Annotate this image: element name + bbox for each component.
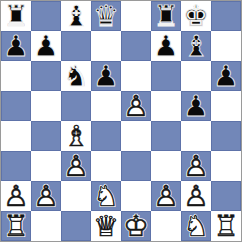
square-e5[interactable]: ♟♙	[121, 91, 151, 121]
square-d5[interactable]	[91, 91, 121, 121]
square-b4[interactable]	[31, 121, 61, 151]
square-g8[interactable]: ♚	[181, 1, 211, 31]
white-piece-outline-glyph: ♘	[183, 212, 209, 241]
square-d4[interactable]	[91, 121, 121, 151]
square-a2[interactable]: ♟♙	[1, 181, 31, 211]
square-c5[interactable]	[61, 91, 91, 121]
piece-wB-c4[interactable]: ♝♗	[61, 121, 91, 151]
piece-bN-c6[interactable]: ♞	[61, 61, 91, 91]
square-d6[interactable]: ♟	[91, 61, 121, 91]
square-d3[interactable]	[91, 151, 121, 181]
white-piece-outline-glyph: ♙	[33, 182, 59, 211]
square-b3[interactable]	[31, 151, 61, 181]
square-b7[interactable]: ♟	[31, 31, 61, 61]
square-c7[interactable]	[61, 31, 91, 61]
square-g4[interactable]	[181, 121, 211, 151]
square-f2[interactable]: ♟♙	[151, 181, 181, 211]
square-h7[interactable]	[211, 31, 241, 61]
white-piece-outline-glyph: ♙	[3, 182, 29, 211]
white-piece-outline-glyph: ♕	[93, 212, 119, 241]
square-a8[interactable]: ♜	[1, 1, 31, 31]
square-a1[interactable]: ♜♖	[1, 211, 31, 241]
square-a5[interactable]	[1, 91, 31, 121]
square-b6[interactable]	[31, 61, 61, 91]
piece-wQ-d1[interactable]: ♛♕	[91, 211, 121, 241]
black-piece-glyph: ♛	[93, 2, 119, 31]
piece-bP-b7[interactable]: ♟	[31, 31, 61, 61]
piece-wN-g1[interactable]: ♞♘	[181, 211, 211, 241]
square-e2[interactable]	[121, 181, 151, 211]
piece-wP-c3[interactable]: ♟♙	[61, 151, 91, 181]
square-e4[interactable]	[121, 121, 151, 151]
square-h2[interactable]	[211, 181, 241, 211]
piece-wP-a2[interactable]: ♟♙	[1, 181, 31, 211]
chess-board: ♜♝♛♜♚♟♟♟♝♞♟♟♟♙♟♝♗♟♙♟♙♟♙♟♙♞♘♟♙♟♙♜♖♛♕♚♔♞♘♜…	[0, 0, 242, 242]
square-f3[interactable]	[151, 151, 181, 181]
square-b2[interactable]: ♟♙	[31, 181, 61, 211]
piece-bK-g8[interactable]: ♚	[181, 1, 211, 31]
square-h3[interactable]	[211, 151, 241, 181]
square-c3[interactable]: ♟♙	[61, 151, 91, 181]
black-piece-glyph: ♝	[183, 32, 209, 61]
square-c4[interactable]: ♝♗	[61, 121, 91, 151]
square-e1[interactable]: ♚♔	[121, 211, 151, 241]
piece-bB-c8[interactable]: ♝	[61, 1, 91, 31]
black-piece-glyph: ♜	[3, 2, 29, 31]
square-a3[interactable]	[1, 151, 31, 181]
piece-bR-f8[interactable]: ♜	[151, 1, 181, 31]
black-piece-glyph: ♟	[213, 62, 239, 91]
piece-wP-f2[interactable]: ♟♙	[151, 181, 181, 211]
piece-bP-d6[interactable]: ♟	[91, 61, 121, 91]
black-piece-glyph: ♞	[63, 62, 89, 91]
white-piece-outline-glyph: ♖	[213, 212, 239, 241]
piece-wP-g2[interactable]: ♟♙	[181, 181, 211, 211]
square-f8[interactable]: ♜	[151, 1, 181, 31]
square-c6[interactable]: ♞	[61, 61, 91, 91]
square-e3[interactable]	[121, 151, 151, 181]
square-e8[interactable]	[121, 1, 151, 31]
piece-bP-h6[interactable]: ♟	[211, 61, 241, 91]
square-b5[interactable]	[31, 91, 61, 121]
square-a4[interactable]	[1, 121, 31, 151]
square-f5[interactable]	[151, 91, 181, 121]
black-piece-glyph: ♟	[33, 32, 59, 61]
piece-bP-g5[interactable]: ♟	[181, 91, 211, 121]
screenshot-stage: ♜♝♛♜♚♟♟♟♝♞♟♟♟♙♟♝♗♟♙♟♙♟♙♟♙♞♘♟♙♟♙♜♖♛♕♚♔♞♘♜…	[0, 0, 242, 242]
square-h8[interactable]	[211, 1, 241, 31]
square-g3[interactable]: ♟♙	[181, 151, 211, 181]
piece-wR-h1[interactable]: ♜♖	[211, 211, 241, 241]
square-d2[interactable]: ♞♘	[91, 181, 121, 211]
piece-wN-d2[interactable]: ♞♘	[91, 181, 121, 211]
black-piece-glyph: ♜	[153, 2, 179, 31]
piece-wR-a1[interactable]: ♜♖	[1, 211, 31, 241]
square-e6[interactable]	[121, 61, 151, 91]
piece-bQ-d8[interactable]: ♛	[91, 1, 121, 31]
square-g2[interactable]: ♟♙	[181, 181, 211, 211]
square-h6[interactable]: ♟	[211, 61, 241, 91]
white-piece-outline-glyph: ♙	[153, 182, 179, 211]
piece-wK-e1[interactable]: ♚♔	[121, 211, 151, 241]
white-piece-outline-glyph: ♙	[63, 152, 89, 181]
black-piece-glyph: ♟	[3, 32, 29, 61]
square-b8[interactable]	[31, 1, 61, 31]
black-piece-glyph: ♟	[153, 32, 179, 61]
square-a6[interactable]	[1, 61, 31, 91]
black-piece-glyph: ♝	[63, 2, 89, 31]
piece-bP-f7[interactable]: ♟	[151, 31, 181, 61]
square-a7[interactable]: ♟	[1, 31, 31, 61]
square-f4[interactable]	[151, 121, 181, 151]
black-piece-glyph: ♟	[93, 62, 119, 91]
black-piece-glyph: ♚	[183, 2, 209, 31]
square-h4[interactable]	[211, 121, 241, 151]
white-piece-outline-glyph: ♘	[93, 182, 119, 211]
black-piece-glyph: ♟	[183, 92, 209, 121]
square-d8[interactable]: ♛	[91, 1, 121, 31]
square-c8[interactable]: ♝	[61, 1, 91, 31]
piece-wP-g3[interactable]: ♟♙	[181, 151, 211, 181]
square-b1[interactable]	[31, 211, 61, 241]
piece-wP-e5[interactable]: ♟♙	[121, 91, 151, 121]
white-piece-outline-glyph: ♙	[183, 182, 209, 211]
square-g1[interactable]: ♞♘	[181, 211, 211, 241]
white-piece-outline-glyph: ♙	[183, 152, 209, 181]
square-e7[interactable]	[121, 31, 151, 61]
square-d1[interactable]: ♛♕	[91, 211, 121, 241]
white-piece-outline-glyph: ♖	[3, 212, 29, 241]
white-piece-outline-glyph: ♗	[63, 122, 89, 151]
square-g6[interactable]	[181, 61, 211, 91]
square-f6[interactable]	[151, 61, 181, 91]
piece-bP-a7[interactable]: ♟	[1, 31, 31, 61]
square-d7[interactable]	[91, 31, 121, 61]
square-c1[interactable]	[61, 211, 91, 241]
square-h1[interactable]: ♜♖	[211, 211, 241, 241]
piece-wP-b2[interactable]: ♟♙	[31, 181, 61, 211]
square-c2[interactable]	[61, 181, 91, 211]
square-g5[interactable]: ♟	[181, 91, 211, 121]
white-piece-outline-glyph: ♙	[123, 92, 149, 121]
square-f1[interactable]	[151, 211, 181, 241]
white-piece-outline-glyph: ♔	[123, 212, 149, 241]
square-f7[interactable]: ♟	[151, 31, 181, 61]
square-g7[interactable]: ♝	[181, 31, 211, 61]
square-h5[interactable]	[211, 91, 241, 121]
piece-bB-g7[interactable]: ♝	[181, 31, 211, 61]
piece-bR-a8[interactable]: ♜	[1, 1, 31, 31]
